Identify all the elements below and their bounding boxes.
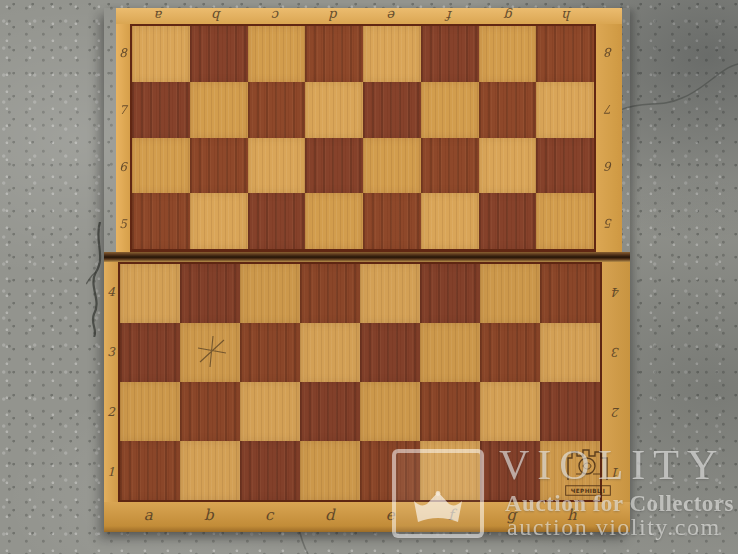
rank-label-left-1: 1 <box>104 442 118 502</box>
factory-stamp-emblem-icon <box>562 444 614 484</box>
square-h5 <box>536 193 594 249</box>
factory-stamp-text: ЧЕРНІВЦІ <box>565 485 611 495</box>
board-bottom-row: 4321 4321 <box>104 262 630 502</box>
rank-label-left-2: 2 <box>104 382 118 442</box>
square-d8 <box>305 26 363 82</box>
square-c5 <box>248 193 306 249</box>
file-label-top-h: h <box>563 8 571 23</box>
file-label-bottom-e: e <box>386 507 395 523</box>
file-label-top-c: c <box>272 8 279 23</box>
square-c4 <box>240 264 300 323</box>
square-b1 <box>180 441 240 500</box>
board-half-bottom: 4321 4321 abcdefgh <box>104 262 630 532</box>
square-g2 <box>480 382 540 441</box>
square-a7 <box>132 82 190 138</box>
rank-label-right-3: 3 <box>602 322 630 382</box>
square-h2 <box>540 382 600 441</box>
rank-label-right-6: 6 <box>596 138 622 195</box>
square-d5 <box>305 193 363 249</box>
square-b7 <box>190 82 248 138</box>
square-c1 <box>240 441 300 500</box>
file-label-bottom-f: f <box>448 507 454 523</box>
square-b5 <box>190 193 248 249</box>
square-f8 <box>421 26 479 82</box>
square-c6 <box>248 138 306 194</box>
square-f4 <box>420 264 480 323</box>
square-f7 <box>421 82 479 138</box>
square-f3 <box>420 323 480 382</box>
board-half-top: abcdefgh 8765 8765 <box>116 8 622 252</box>
file-label-top-g: g <box>504 8 512 23</box>
rank-labels-right-top: 8765 <box>596 24 622 252</box>
rank-label-left-5: 5 <box>116 195 130 252</box>
rank-label-right-7: 7 <box>596 81 622 138</box>
square-h4 <box>540 264 600 323</box>
rank-label-right-2: 2 <box>602 382 630 442</box>
square-e7 <box>363 82 421 138</box>
square-e5 <box>363 193 421 249</box>
file-label-bottom-c: c <box>265 507 273 523</box>
rank-label-right-4: 4 <box>602 262 630 322</box>
square-e1 <box>360 441 420 500</box>
file-label-top-b: b <box>213 8 221 23</box>
square-h3 <box>540 323 600 382</box>
square-a1 <box>120 441 180 500</box>
rank-label-left-8: 8 <box>116 24 130 81</box>
square-h8 <box>536 26 594 82</box>
square-a3 <box>120 323 180 382</box>
board-frame-top: abcdefgh <box>116 8 622 24</box>
file-label-bottom-b: b <box>204 507 214 523</box>
square-c7 <box>248 82 306 138</box>
board-grid-top <box>130 24 596 252</box>
rank-label-left-4: 4 <box>104 262 118 322</box>
square-f1 <box>420 441 480 500</box>
square-c2 <box>240 382 300 441</box>
board-top-row: 8765 8765 <box>116 24 622 252</box>
file-label-top-a: a <box>155 8 163 23</box>
square-f2 <box>420 382 480 441</box>
square-g5 <box>479 193 537 249</box>
square-e3 <box>360 323 420 382</box>
rank-label-right-5: 5 <box>596 195 622 252</box>
square-d6 <box>305 138 363 194</box>
rank-label-right-8: 8 <box>596 24 622 81</box>
square-b6 <box>190 138 248 194</box>
square-c8 <box>248 26 306 82</box>
square-d2 <box>300 382 360 441</box>
file-label-top-f: f <box>448 8 453 23</box>
rank-label-left-7: 7 <box>116 81 130 138</box>
square-g6 <box>479 138 537 194</box>
square-e8 <box>363 26 421 82</box>
square-a8 <box>132 26 190 82</box>
square-b4 <box>180 264 240 323</box>
square-g8 <box>479 26 537 82</box>
factory-stamp: ЧЕРНІВЦІ <box>562 444 614 498</box>
scratch-mark <box>196 336 228 368</box>
board-grid-bottom <box>118 262 602 502</box>
file-label-bottom-g: g <box>506 507 516 523</box>
rank-labels-left-top: 8765 <box>116 24 130 252</box>
square-f5 <box>421 193 479 249</box>
square-d4 <box>300 264 360 323</box>
square-a6 <box>132 138 190 194</box>
square-b2 <box>180 382 240 441</box>
rank-label-left-6: 6 <box>116 138 130 195</box>
square-g7 <box>479 82 537 138</box>
file-label-bottom-d: d <box>325 507 335 523</box>
square-a4 <box>120 264 180 323</box>
square-d7 <box>305 82 363 138</box>
square-f6 <box>421 138 479 194</box>
square-e2 <box>360 382 420 441</box>
square-g4 <box>480 264 540 323</box>
auction-photo-chessboard: abcdefgh 8765 8765 4321 4321 abcdefgh <box>0 0 738 554</box>
concrete-crack <box>620 40 738 120</box>
board-fold-seam <box>104 252 630 262</box>
square-g1 <box>480 441 540 500</box>
square-d3 <box>300 323 360 382</box>
square-c3 <box>240 323 300 382</box>
square-d1 <box>300 441 360 500</box>
file-label-bottom-a: a <box>144 507 153 523</box>
square-a2 <box>120 382 180 441</box>
board-frame-bottom: abcdefgh <box>104 502 630 532</box>
file-label-bottom-h: h <box>567 507 577 523</box>
file-label-top-d: d <box>330 8 338 23</box>
square-h7 <box>536 82 594 138</box>
square-b8 <box>190 26 248 82</box>
rank-labels-left-bottom: 4321 <box>104 262 118 502</box>
rank-label-left-3: 3 <box>104 322 118 382</box>
chess-board: abcdefgh 8765 8765 4321 4321 abcdefgh <box>104 8 630 532</box>
square-e6 <box>363 138 421 194</box>
file-label-top-e: e <box>388 8 396 23</box>
square-g3 <box>480 323 540 382</box>
square-h6 <box>536 138 594 194</box>
square-e4 <box>360 264 420 323</box>
square-a5 <box>132 193 190 249</box>
